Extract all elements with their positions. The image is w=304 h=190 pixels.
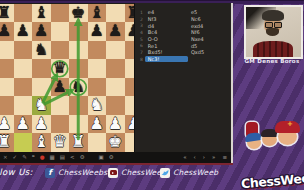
toolbar-left-group: ×✓✎❝●▦▤<⚙: [3, 155, 85, 161]
move-number: 2: [135, 17, 145, 22]
move-number: 3: [135, 23, 145, 28]
square-h2[interactable]: ♟: [125, 115, 135, 134]
move-rows: 1e4e52Nf3Nc63d4exd44Bc4Nf65O-ONxe46Re1d5…: [135, 9, 231, 63]
square-d2[interactable]: [51, 115, 70, 134]
square-h8[interactable]: ♜: [125, 4, 135, 23]
square-e3[interactable]: [69, 96, 88, 115]
white-move[interactable]: d4: [145, 23, 188, 29]
square-b8[interactable]: [14, 4, 33, 23]
black-pawn-c7[interactable]: ♟: [34, 22, 48, 41]
square-c6[interactable]: ♞: [32, 41, 51, 60]
streamer-beard: [266, 28, 279, 36]
square-f6[interactable]: [88, 41, 107, 60]
white-knight-c3[interactable]: ♞: [34, 96, 48, 115]
square-c4[interactable]: [32, 78, 51, 97]
square-f5[interactable]: [88, 59, 107, 78]
next-move-icon[interactable]: ›: [203, 155, 205, 161]
black-king-e8[interactable]: ♚: [71, 4, 85, 23]
youtube-play-glyph: [110, 170, 117, 176]
black-rook-a8[interactable]: ♜: [0, 4, 11, 23]
white-pawn-c2[interactable]: ♟: [34, 115, 48, 134]
square-g5[interactable]: [106, 59, 125, 78]
facebook-handle[interactable]: ChessWeebs: [58, 168, 107, 177]
settings-2-icon[interactable]: ⚙: [109, 155, 114, 161]
move-number: 8: [135, 57, 145, 62]
black-bishop-f8[interactable]: ♝: [90, 4, 104, 23]
square-a7[interactable]: ♟: [0, 22, 14, 41]
square-f4[interactable]: [88, 78, 107, 97]
square-h3[interactable]: [125, 96, 135, 115]
black-pawn-b7[interactable]: ♟: [16, 22, 30, 41]
toolbar-playback-group: «‹›»≡: [183, 155, 227, 161]
move-number: 1: [135, 10, 145, 15]
white-pawn-g2[interactable]: ♟: [108, 115, 122, 134]
engine-icon[interactable]: ▣: [99, 155, 104, 161]
menu-icon[interactable]: ≡: [222, 155, 227, 161]
white-pawn-f2[interactable]: ♟: [90, 115, 104, 134]
board-view-icon[interactable]: ▦: [50, 155, 55, 161]
white-rook-a1[interactable]: ♜: [0, 133, 11, 152]
square-c5[interactable]: [32, 59, 51, 78]
square-f8[interactable]: ♝: [88, 4, 107, 23]
square-b2[interactable]: ♟: [14, 115, 33, 134]
gold-cross: +: [287, 121, 293, 128]
square-a4[interactable]: [0, 78, 14, 97]
mascot-head-red-hat: +: [278, 128, 297, 145]
streamer-hat: [262, 10, 284, 21]
square-g6[interactable]: [106, 41, 125, 60]
chess-app-window: ♜♝♚♝♜♟♟♟♟♟♟♞♛♟♞♞♞♟♟♟♟♟♟♜♝♛♜♚ 1e4e52Nf3Nc…: [0, 3, 233, 163]
follow-us-label: Follow Us:: [0, 167, 33, 177]
square-e4[interactable]: ♞: [69, 78, 88, 97]
bottom-toolbar: ×✓✎❝●▦▤<⚙ ▣⚙ «‹›»≡: [0, 152, 231, 164]
mascot-head-dark-hair: [262, 132, 277, 146]
square-c1[interactable]: ♝: [32, 133, 51, 152]
square-a1[interactable]: ♜: [0, 133, 14, 152]
black-bishop-c8[interactable]: ♝: [34, 4, 48, 23]
prev-move-icon[interactable]: ‹: [194, 155, 196, 161]
white-move[interactable]: Nc3!: [145, 56, 188, 62]
white-pawn-b2[interactable]: ♟: [16, 115, 30, 134]
square-h1[interactable]: [125, 133, 135, 152]
square-a5[interactable]: [0, 59, 14, 78]
white-king-g1[interactable]: ♚: [108, 133, 122, 152]
facebook-icon[interactable]: f: [45, 168, 55, 178]
square-f1[interactable]: [88, 133, 107, 152]
black-pawn-h7[interactable]: ♟: [127, 22, 134, 41]
square-e8[interactable]: ♚: [69, 4, 88, 23]
draw-tool-icon[interactable]: ✎: [22, 155, 27, 161]
youtube-icon[interactable]: [108, 168, 118, 178]
square-e1[interactable]: ♜: [69, 133, 88, 152]
black-move[interactable]: Nxe4: [188, 36, 231, 42]
square-b7[interactable]: ♟: [14, 22, 33, 41]
move-row-5: 5O-ONxe4: [135, 36, 231, 43]
white-pawn-h2[interactable]: ♟: [127, 115, 134, 134]
square-c3[interactable]: ♞: [32, 96, 51, 115]
toolbar-mid-group: ▣⚙: [99, 155, 114, 161]
white-queen-d1[interactable]: ♛: [53, 133, 67, 152]
last-move-icon[interactable]: »: [212, 155, 215, 161]
square-c2[interactable]: ♟: [32, 115, 51, 134]
move-row-2: 2Nf3Nc6: [135, 16, 231, 23]
square-a2[interactable]: ♟: [0, 115, 14, 134]
black-move[interactable]: Qxd5: [188, 49, 231, 55]
move-list-panel: 1e4e52Nf3Nc63d4exd44Bc4Nf65O-ONxe46Re1d5…: [134, 3, 231, 152]
move-number: 4: [135, 30, 145, 35]
black-pawn-g7[interactable]: ♟: [108, 22, 122, 41]
square-d3[interactable]: [51, 96, 70, 115]
white-knight-f3[interactable]: ♞: [90, 96, 104, 115]
square-b3[interactable]: [14, 96, 33, 115]
move-number: 5: [135, 37, 145, 42]
share-icon[interactable]: <: [70, 155, 75, 161]
move-number: 7: [135, 50, 145, 55]
square-b1[interactable]: [14, 133, 33, 152]
move-row-7: 7Bxd5!Qxd5: [135, 49, 231, 56]
record-icon[interactable]: ●: [40, 155, 45, 161]
black-move[interactable]: d5: [188, 43, 231, 49]
board-viewport: ♜♝♚♝♜♟♟♟♟♟♟♞♛♟♞♞♞♟♟♟♟♟♟♜♝♛♜♚: [0, 3, 134, 152]
square-h5[interactable]: [125, 59, 135, 78]
square-h4[interactable]: [125, 78, 135, 97]
white-move[interactable]: Nf3: [145, 16, 188, 22]
square-e6[interactable]: [69, 41, 88, 60]
twitter-handle[interactable]: ChessWeeb: [173, 168, 218, 177]
square-b6[interactable]: [14, 41, 33, 60]
twitter-icon[interactable]: [160, 168, 170, 178]
mascot-head-blue-cap: [247, 136, 261, 149]
square-d7[interactable]: [51, 22, 70, 41]
channel-logo: + ChessWeeb: [246, 122, 304, 190]
check-marks-icon[interactable]: ✓: [13, 155, 18, 161]
move-row-3: 3d4exd4: [135, 22, 231, 29]
square-d5[interactable]: ♛: [51, 59, 70, 78]
channel-logo-text: ChessWeeb: [240, 170, 304, 190]
white-move[interactable]: Bc4: [145, 29, 188, 35]
square-a8[interactable]: ♜: [0, 4, 14, 23]
settings-icon[interactable]: ⚙: [80, 155, 85, 161]
black-knight-c6[interactable]: ♞: [34, 41, 48, 60]
black-move[interactable]: Nf6: [188, 29, 231, 35]
white-move[interactable]: O-O: [145, 36, 188, 42]
white-move[interactable]: Bxd5!: [145, 49, 188, 55]
square-e2[interactable]: [69, 115, 88, 134]
twitter-bird-glyph: [161, 169, 169, 176]
black-move[interactable]: e5: [188, 9, 231, 15]
square-b4[interactable]: [14, 78, 33, 97]
square-e7[interactable]: [69, 22, 88, 41]
square-e5[interactable]: [69, 59, 88, 78]
square-g1[interactable]: ♚: [106, 133, 125, 152]
black-pawn-a7[interactable]: ♟: [0, 22, 11, 41]
square-g2[interactable]: ♟: [106, 115, 125, 134]
black-queen-d5[interactable]: ♛: [53, 59, 67, 78]
streamer-shirt: [253, 41, 293, 59]
black-pawn-d4[interactable]: ♟: [53, 78, 67, 97]
square-g4[interactable]: [106, 78, 125, 97]
square-d6[interactable]: [51, 41, 70, 60]
square-b5[interactable]: [14, 59, 33, 78]
move-row-4: 4Bc4Nf6: [135, 29, 231, 36]
square-a3[interactable]: [0, 96, 14, 115]
white-move[interactable]: e4: [145, 9, 188, 15]
move-row-1: 1e4e5: [135, 9, 231, 16]
white-bishop-c1[interactable]: ♝: [34, 133, 48, 152]
chat-icon[interactable]: ❝: [32, 155, 35, 161]
streamer-name: GM Denes Boros: [241, 58, 303, 64]
square-h6[interactable]: [125, 41, 135, 60]
square-g8[interactable]: [106, 4, 125, 23]
stream-frame: ♜♝♚♝♜♟♟♟♟♟♟♞♛♟♞♞♞♟♟♟♟♟♟♜♝♛♜♚ 1e4e52Nf3Nc…: [0, 0, 304, 190]
first-move-icon[interactable]: «: [183, 155, 186, 161]
square-f3[interactable]: ♞: [88, 96, 107, 115]
black-knight-e4[interactable]: ♞: [71, 78, 85, 97]
square-h7[interactable]: ♟: [125, 22, 135, 41]
square-d1[interactable]: ♛: [51, 133, 70, 152]
flip-board-icon[interactable]: ×: [3, 155, 8, 161]
square-f2[interactable]: ♟: [88, 115, 107, 134]
webcam: [244, 5, 303, 59]
white-pawn-a2[interactable]: ♟: [0, 115, 11, 134]
square-a6[interactable]: [0, 41, 14, 60]
black-move[interactable]: Nc6: [188, 16, 231, 22]
move-row-8: 8Nc3!: [135, 56, 231, 63]
blue-cap: [245, 132, 263, 142]
square-g7[interactable]: ♟: [106, 22, 125, 41]
black-rook-h8[interactable]: ♜: [127, 4, 134, 23]
white-move[interactable]: Re1: [145, 43, 188, 49]
black-pawn-f7[interactable]: ♟: [90, 22, 104, 41]
move-number: 6: [135, 43, 145, 48]
analysis-grid-icon[interactable]: ▤: [60, 155, 65, 161]
square-c8[interactable]: ♝: [32, 4, 51, 23]
chess-board[interactable]: ♜♝♚♝♜♟♟♟♟♟♟♞♛♟♞♞♞♟♟♟♟♟♟♜♝♛♜♚: [0, 4, 134, 152]
square-f7[interactable]: ♟: [88, 22, 107, 41]
move-row-6: 6Re1d5: [135, 42, 231, 49]
square-d8[interactable]: [51, 4, 70, 23]
square-c7[interactable]: ♟: [32, 22, 51, 41]
square-d4[interactable]: ♟: [51, 78, 70, 97]
square-g3[interactable]: [106, 96, 125, 115]
black-move[interactable]: exd4: [188, 23, 231, 29]
white-rook-e1[interactable]: ♜: [71, 133, 85, 152]
